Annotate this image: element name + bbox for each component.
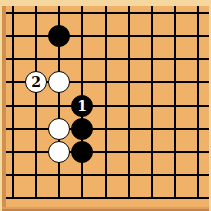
white-stone	[48, 118, 70, 140]
black-stone	[71, 118, 93, 140]
grid-horizontal-line	[5, 128, 209, 130]
board-edge-left-dark	[2, 6, 6, 211]
black-stone-move-1: 1	[71, 95, 93, 117]
grid-horizontal-line	[5, 12, 209, 14]
go-board-diagram: 21	[0, 0, 211, 211]
white-stone	[48, 71, 70, 93]
board-edge-top	[0, 0, 211, 6]
grid-horizontal-line	[5, 35, 209, 37]
grid-horizontal-line	[5, 174, 209, 176]
black-stone	[48, 25, 70, 47]
move-number-label: 1	[77, 99, 87, 113]
board-edge-bottom-dark	[2, 209, 209, 211]
board-edge-right	[209, 0, 211, 211]
grid-horizontal-line	[5, 151, 209, 153]
white-stone-move-2: 2	[25, 71, 47, 93]
move-number-label: 2	[31, 75, 41, 89]
grid-horizontal-line	[5, 105, 209, 107]
grid-horizontal-line	[5, 197, 209, 199]
white-stone	[48, 141, 70, 163]
grid-horizontal-line	[5, 58, 209, 60]
black-stone	[71, 141, 93, 163]
